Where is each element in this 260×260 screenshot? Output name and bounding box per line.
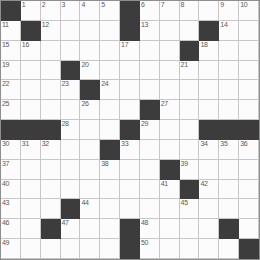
cell-r10c10[interactable] xyxy=(199,199,219,219)
cell-r0c3[interactable]: 3 xyxy=(61,1,81,21)
block-cell-r2c9 xyxy=(180,41,200,61)
block-cell-r1c6 xyxy=(120,21,140,41)
cell-r2c12[interactable] xyxy=(239,41,259,61)
clue-number-43: 43 xyxy=(2,199,9,207)
cell-r7c12[interactable]: 36 xyxy=(239,140,259,160)
block-cell-r6c6 xyxy=(120,120,140,140)
cell-r8c1[interactable] xyxy=(21,160,41,180)
cell-r9c1[interactable] xyxy=(21,180,41,200)
cell-r8c2[interactable] xyxy=(41,160,61,180)
clue-number-7: 7 xyxy=(161,1,165,9)
cell-r12c5[interactable] xyxy=(100,239,120,259)
cell-r3c10[interactable] xyxy=(199,61,219,81)
cell-r8c0[interactable]: 37 xyxy=(1,160,21,180)
cell-r11c12[interactable] xyxy=(239,219,259,239)
cell-r4c9[interactable] xyxy=(180,80,200,100)
clue-number-34: 34 xyxy=(200,140,207,148)
clue-number-21: 21 xyxy=(181,61,188,69)
clue-number-45: 45 xyxy=(181,199,188,207)
cell-r4c8[interactable] xyxy=(160,80,180,100)
clue-number-46: 46 xyxy=(2,219,9,227)
cell-r7c11[interactable]: 35 xyxy=(219,140,239,160)
cell-r6c4[interactable] xyxy=(80,120,100,140)
clue-number-12: 12 xyxy=(42,21,49,29)
cell-r4c0[interactable]: 22 xyxy=(1,80,21,100)
cell-r1c0[interactable]: 11 xyxy=(1,21,21,41)
clue-number-47: 47 xyxy=(62,219,69,227)
cell-r2c8[interactable] xyxy=(160,41,180,61)
block-cell-r3c3 xyxy=(61,61,81,81)
cell-r6c5[interactable] xyxy=(100,120,120,140)
cell-r4c11[interactable] xyxy=(219,80,239,100)
clue-number-8: 8 xyxy=(181,1,185,9)
clue-number-49: 49 xyxy=(2,239,9,247)
cell-r8c4[interactable] xyxy=(80,160,100,180)
block-cell-r1c1 xyxy=(21,21,41,41)
cell-r2c6[interactable]: 17 xyxy=(120,41,140,61)
cell-r5c4[interactable]: 26 xyxy=(80,100,100,120)
clue-number-6: 6 xyxy=(141,1,145,9)
cell-r10c7[interactable] xyxy=(140,199,160,219)
cell-r5c9[interactable] xyxy=(180,100,200,120)
cell-r6c8[interactable] xyxy=(160,120,180,140)
cell-r7c8[interactable] xyxy=(160,140,180,160)
cell-r9c8[interactable]: 41 xyxy=(160,180,180,200)
cell-r12c11[interactable] xyxy=(219,239,239,259)
cell-r0c7[interactable]: 6 xyxy=(140,1,160,21)
clue-number-9: 9 xyxy=(220,1,224,9)
clue-number-35: 35 xyxy=(220,140,227,148)
cell-r0c4[interactable]: 4 xyxy=(80,1,100,21)
cell-r12c10[interactable] xyxy=(199,239,219,259)
clue-number-44: 44 xyxy=(81,199,88,207)
cell-r10c9[interactable]: 45 xyxy=(180,199,200,219)
cell-r7c1[interactable]: 31 xyxy=(21,140,41,160)
cell-r9c11[interactable] xyxy=(219,180,239,200)
cell-r1c4[interactable] xyxy=(80,21,100,41)
cell-r12c2[interactable] xyxy=(41,239,61,259)
block-cell-r12c12 xyxy=(239,239,259,259)
cell-r3c9[interactable]: 21 xyxy=(180,61,200,81)
cell-r7c0[interactable]: 30 xyxy=(1,140,21,160)
cell-r11c8[interactable] xyxy=(160,219,180,239)
cell-r5c2[interactable] xyxy=(41,100,61,120)
cell-r3c12[interactable] xyxy=(239,61,259,81)
cell-r8c12[interactable] xyxy=(239,160,259,180)
clue-number-48: 48 xyxy=(141,219,148,227)
block-cell-r6c2 xyxy=(41,120,61,140)
block-cell-r9c9 xyxy=(180,180,200,200)
block-cell-r6c11 xyxy=(219,120,239,140)
clue-number-22: 22 xyxy=(2,80,9,88)
clue-number-31: 31 xyxy=(22,140,29,148)
clue-number-20: 20 xyxy=(81,61,88,69)
block-cell-r5c7 xyxy=(140,100,160,120)
clue-number-19: 19 xyxy=(2,61,9,69)
cell-r12c1[interactable] xyxy=(21,239,41,259)
cell-r9c4[interactable] xyxy=(80,180,100,200)
cell-r2c7[interactable] xyxy=(140,41,160,61)
clue-number-2: 2 xyxy=(42,1,46,9)
clue-number-36: 36 xyxy=(240,140,247,148)
clue-number-26: 26 xyxy=(81,100,88,108)
block-cell-r6c12 xyxy=(239,120,259,140)
cell-r2c10[interactable]: 18 xyxy=(199,41,219,61)
cell-r4c6[interactable] xyxy=(120,80,140,100)
cell-r6c9[interactable] xyxy=(180,120,200,140)
cell-r0c12[interactable]: 10 xyxy=(239,1,259,21)
cell-r0c11[interactable]: 9 xyxy=(219,1,239,21)
cell-r11c10[interactable] xyxy=(199,219,219,239)
cell-r1c8[interactable] xyxy=(160,21,180,41)
cell-r3c5[interactable] xyxy=(100,61,120,81)
cell-r2c5[interactable] xyxy=(100,41,120,61)
cell-r1c3[interactable] xyxy=(61,21,81,41)
block-cell-r8c8 xyxy=(160,160,180,180)
block-cell-r6c10 xyxy=(199,120,219,140)
cell-r7c2[interactable]: 32 xyxy=(41,140,61,160)
cell-r3c4[interactable]: 20 xyxy=(80,61,100,81)
cell-r8c7[interactable] xyxy=(140,160,160,180)
cell-r10c11[interactable] xyxy=(219,199,239,219)
cell-r9c0[interactable]: 40 xyxy=(1,180,21,200)
cell-r1c2[interactable]: 12 xyxy=(41,21,61,41)
cell-r8c11[interactable] xyxy=(219,160,239,180)
clue-number-23: 23 xyxy=(62,80,69,88)
cell-r12c3[interactable] xyxy=(61,239,81,259)
clue-number-4: 4 xyxy=(81,1,85,9)
cell-r7c9[interactable] xyxy=(180,140,200,160)
cell-r12c0[interactable]: 49 xyxy=(1,239,21,259)
cell-r6c3[interactable]: 28 xyxy=(61,120,81,140)
clue-number-25: 25 xyxy=(2,100,9,108)
cell-r5c1[interactable] xyxy=(21,100,41,120)
cell-r11c3[interactable]: 47 xyxy=(61,219,81,239)
cell-r10c0[interactable]: 43 xyxy=(1,199,21,219)
clue-number-28: 28 xyxy=(62,120,69,128)
cell-r9c12[interactable] xyxy=(239,180,259,200)
cell-r7c6[interactable]: 33 xyxy=(120,140,140,160)
cell-r3c1[interactable] xyxy=(21,61,41,81)
cell-r11c0[interactable]: 46 xyxy=(1,219,21,239)
clue-number-11: 11 xyxy=(2,21,9,29)
clue-number-50: 50 xyxy=(141,239,148,247)
block-cell-r12c6 xyxy=(120,239,140,259)
cell-r9c2[interactable] xyxy=(41,180,61,200)
clue-number-38: 38 xyxy=(101,160,108,168)
cell-r7c3[interactable] xyxy=(61,140,81,160)
block-cell-r6c1 xyxy=(21,120,41,140)
clue-number-32: 32 xyxy=(42,140,49,148)
cell-r3c7[interactable] xyxy=(140,61,160,81)
clue-number-14: 14 xyxy=(220,21,227,29)
cell-r2c11[interactable] xyxy=(219,41,239,61)
cell-r4c3[interactable]: 23 xyxy=(61,80,81,100)
cell-r3c11[interactable] xyxy=(219,61,239,81)
cell-r12c8[interactable] xyxy=(160,239,180,259)
cell-r12c9[interactable] xyxy=(180,239,200,259)
clue-number-29: 29 xyxy=(141,120,148,128)
clue-number-33: 33 xyxy=(121,140,128,148)
clue-number-37: 37 xyxy=(2,160,9,168)
cell-r4c10[interactable] xyxy=(199,80,219,100)
block-cell-r0c0 xyxy=(1,1,21,21)
block-cell-r11c11 xyxy=(219,219,239,239)
cell-r11c1[interactable] xyxy=(21,219,41,239)
cell-r8c3[interactable] xyxy=(61,160,81,180)
crossword-grid: 1234567891011121314151617181920212223242… xyxy=(0,0,260,260)
cell-r0c8[interactable]: 7 xyxy=(160,1,180,21)
block-cell-r4c4 xyxy=(80,80,100,100)
cell-r2c1[interactable]: 16 xyxy=(21,41,41,61)
clue-number-42: 42 xyxy=(200,180,207,188)
cell-r8c5[interactable]: 38 xyxy=(100,160,120,180)
cell-r7c7[interactable] xyxy=(140,140,160,160)
clue-number-15: 15 xyxy=(2,41,9,49)
cell-r1c7[interactable]: 13 xyxy=(140,21,160,41)
cell-r11c7[interactable]: 48 xyxy=(140,219,160,239)
cell-r10c1[interactable] xyxy=(21,199,41,219)
block-cell-r6c0 xyxy=(1,120,21,140)
cell-r12c4[interactable] xyxy=(80,239,100,259)
cell-r10c8[interactable] xyxy=(160,199,180,219)
cell-r5c8[interactable]: 27 xyxy=(160,100,180,120)
cell-r12c7[interactable]: 50 xyxy=(140,239,160,259)
cell-r4c7[interactable] xyxy=(140,80,160,100)
cell-r11c4[interactable] xyxy=(80,219,100,239)
cell-r11c5[interactable] xyxy=(100,219,120,239)
block-cell-r11c2 xyxy=(41,219,61,239)
cell-r10c5[interactable] xyxy=(100,199,120,219)
cell-r5c3[interactable] xyxy=(61,100,81,120)
cell-r3c8[interactable] xyxy=(160,61,180,81)
cell-r1c11[interactable]: 14 xyxy=(219,21,239,41)
clue-number-17: 17 xyxy=(121,41,128,49)
cell-r9c7[interactable] xyxy=(140,180,160,200)
block-cell-r0c6 xyxy=(120,1,140,21)
cell-r1c9[interactable] xyxy=(180,21,200,41)
cell-r9c3[interactable] xyxy=(61,180,81,200)
clue-number-16: 16 xyxy=(22,41,29,49)
clue-number-39: 39 xyxy=(181,160,188,168)
cell-r2c0[interactable]: 15 xyxy=(1,41,21,61)
cell-r6c7[interactable]: 29 xyxy=(140,120,160,140)
cell-r2c4[interactable] xyxy=(80,41,100,61)
clue-number-41: 41 xyxy=(161,180,168,188)
cell-r8c10[interactable] xyxy=(199,160,219,180)
crossword-puzzle: 1234567891011121314151617181920212223242… xyxy=(0,0,260,260)
cell-r9c5[interactable] xyxy=(100,180,120,200)
cell-r8c9[interactable]: 39 xyxy=(180,160,200,180)
cell-r5c10[interactable] xyxy=(199,100,219,120)
clue-number-13: 13 xyxy=(141,21,148,29)
clue-number-1: 1 xyxy=(22,1,26,9)
block-cell-r7c5 xyxy=(100,140,120,160)
cell-r2c2[interactable] xyxy=(41,41,61,61)
cell-r11c9[interactable] xyxy=(180,219,200,239)
cell-r4c2[interactable] xyxy=(41,80,61,100)
clue-number-30: 30 xyxy=(2,140,9,148)
cell-r0c9[interactable]: 8 xyxy=(180,1,200,21)
cell-r10c12[interactable] xyxy=(239,199,259,219)
block-cell-r1c10 xyxy=(199,21,219,41)
clue-number-24: 24 xyxy=(101,80,108,88)
cell-r3c0[interactable]: 19 xyxy=(1,61,21,81)
cell-r0c1[interactable]: 1 xyxy=(21,1,41,21)
cell-r1c12[interactable] xyxy=(239,21,259,41)
cell-r5c11[interactable] xyxy=(219,100,239,120)
clue-number-40: 40 xyxy=(2,180,9,188)
clue-number-3: 3 xyxy=(62,1,66,9)
cell-r3c2[interactable] xyxy=(41,61,61,81)
cell-r10c6[interactable] xyxy=(120,199,140,219)
cell-r5c5[interactable] xyxy=(100,100,120,120)
cell-r4c12[interactable] xyxy=(239,80,259,100)
cell-r5c6[interactable] xyxy=(120,100,140,120)
clue-number-10: 10 xyxy=(240,1,247,9)
cell-r0c2[interactable]: 2 xyxy=(41,1,61,21)
cell-r9c10[interactable]: 42 xyxy=(199,180,219,200)
cell-r7c10[interactable]: 34 xyxy=(199,140,219,160)
cell-r5c12[interactable] xyxy=(239,100,259,120)
cell-r5c0[interactable]: 25 xyxy=(1,100,21,120)
cell-r10c4[interactable]: 44 xyxy=(80,199,100,219)
cell-r9c6[interactable] xyxy=(120,180,140,200)
cell-r1c5[interactable] xyxy=(100,21,120,41)
clue-number-18: 18 xyxy=(200,41,207,49)
cell-r7c4[interactable] xyxy=(80,140,100,160)
cell-r3c6[interactable] xyxy=(120,61,140,81)
cell-r4c5[interactable]: 24 xyxy=(100,80,120,100)
cell-r8c6[interactable] xyxy=(120,160,140,180)
block-cell-r10c3 xyxy=(61,199,81,219)
cell-r4c1[interactable] xyxy=(21,80,41,100)
cell-r0c5[interactable]: 5 xyxy=(100,1,120,21)
clue-number-27: 27 xyxy=(161,100,168,108)
block-cell-r11c6 xyxy=(120,219,140,239)
clue-number-5: 5 xyxy=(101,1,105,9)
cell-r0c10[interactable] xyxy=(199,1,219,21)
cell-r10c2[interactable] xyxy=(41,199,61,219)
cell-r2c3[interactable] xyxy=(61,41,81,61)
